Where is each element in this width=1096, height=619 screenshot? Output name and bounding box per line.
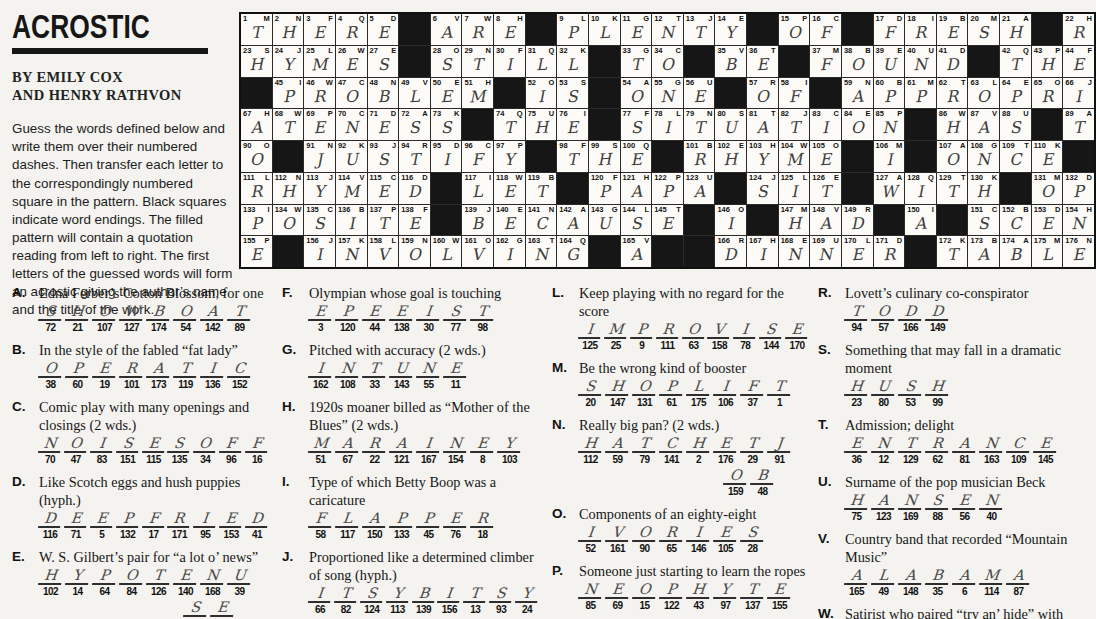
grid-cell-45[interactable]: 45IP [273,78,304,109]
grid-cell-87[interactable]: 87VA [968,109,999,140]
answer-slot-M-106[interactable]: I106 [714,378,737,409]
grid-cell-12[interactable]: 12TN [652,14,683,45]
grid-cell-136[interactable]: 136BI [336,205,367,236]
answer-slot-M-61[interactable]: P61 [660,378,683,409]
answer-slot-D-71[interactable]: E71 [65,510,87,541]
answer-slot-H-8[interactable]: E8 [471,435,494,466]
answer-slot-L-111[interactable]: R111 [657,321,679,352]
answer-slot-A-54[interactable]: O54 [174,303,197,334]
grid-cell-133[interactable]: 133IP [241,205,272,236]
grid-cell-144[interactable]: 144LS [621,205,652,236]
grid-cell-54[interactable]: 54AO [621,78,652,109]
grid-cell-173[interactable]: 173BA [968,236,999,267]
answer-slot-M-131[interactable]: O131 [633,378,656,409]
grid-cell-53[interactable]: 53SS [557,78,588,109]
grid-cell-89[interactable]: 89AT [1063,109,1094,140]
grid-cell-56[interactable]: 56UE [684,78,715,109]
grid-cell-85[interactable]: 85PN [874,109,905,140]
grid-cell-71[interactable]: 71DE [368,109,399,140]
grid-cell-9[interactable]: 9LP [557,14,588,45]
grid-cell-47[interactable]: 47CO [336,78,367,109]
grid-cell-72[interactable]: 72AS [399,109,430,140]
grid-cell-1[interactable]: 1MT [241,14,272,45]
answer-slot-O-28[interactable]: S28 [741,524,764,555]
answer-slot-F-44[interactable]: E44 [363,303,386,334]
answer-slot-U-75[interactable]: H75 [845,492,868,523]
grid-cell-20[interactable]: 20MS [968,14,999,45]
answer-slot-B-119[interactable]: T119 [174,360,197,391]
answer-slot-L-9[interactable]: P9 [631,321,653,352]
answer-slot-J-113[interactable]: Y113 [387,585,409,616]
answer-slot-H-167[interactable]: I167 [417,435,440,466]
grid-cell-148[interactable]: 148VA [810,205,841,236]
grid-cell-155[interactable]: 155PE [241,236,272,267]
answer-slot-N-79[interactable]: T79 [633,435,656,466]
answer-slot-P-43[interactable]: H43 [687,581,710,612]
answer-slot-M-147[interactable]: H147 [606,378,629,409]
grid-cell-76[interactable]: 76IE [557,109,588,140]
grid-cell-125[interactable]: 125LI [779,173,810,204]
answer-slot-C-70[interactable]: N70 [39,435,61,466]
answer-slot-G-143[interactable]: U143 [390,360,413,391]
grid-cell-4[interactable]: 4QR [336,14,367,45]
grid-cell-28[interactable]: 28OS [431,46,462,77]
answer-slot-P-155[interactable]: E155 [768,581,791,612]
answer-slot-C-151[interactable]: S151 [117,435,139,466]
answer-slot-D-116[interactable]: D116 [39,510,61,541]
answer-slot-T-129[interactable]: T129 [899,435,922,466]
answer-slot-R-57[interactable]: O57 [872,303,895,334]
grid-cell-27[interactable]: 27ES [368,46,399,77]
answer-slot-S-23[interactable]: H23 [845,378,868,409]
answer-slot-N-48[interactable]: B48 [751,467,774,498]
answer-slot-S-99[interactable]: H99 [926,378,949,409]
grid-cell-111[interactable]: 111LR [241,173,272,204]
answer-slot-P-137[interactable]: T137 [741,581,764,612]
grid-cell-2[interactable]: 2NH [273,14,304,45]
grid-cell-64[interactable]: 64EP [1000,78,1031,109]
answer-slot-V-49[interactable]: L49 [872,567,895,598]
answer-slot-O-161[interactable]: V161 [606,524,629,555]
answer-slot-F-30[interactable]: I30 [417,303,440,334]
grid-cell-91[interactable]: 91NJ [304,141,335,172]
grid-cell-147[interactable]: 147MH [779,205,810,236]
answer-slot-N-176[interactable]: E176 [714,435,737,466]
answer-slot-D-17[interactable]: F17 [143,510,165,541]
answer-slot-O-105[interactable]: E105 [714,524,737,555]
answer-slot-F-120[interactable]: P120 [336,303,359,334]
grid-cell-110[interactable]: 110KE [1032,141,1063,172]
answer-slot-I-18[interactable]: R18 [471,510,494,541]
answer-slot-D-5[interactable]: E5 [91,510,113,541]
grid-cell-74[interactable]: 74QT [494,109,525,140]
grid-cell-80[interactable]: 80SU [715,109,746,140]
answer-slot-L-170[interactable]: E170 [786,321,808,352]
answer-slot-E-14[interactable]: Y14 [66,567,89,598]
grid-cell-61[interactable]: 61MP [905,78,936,109]
answer-slot-G-11[interactable]: E11 [444,360,467,391]
grid-cell-132[interactable]: 132DP [1063,173,1094,204]
grid-cell-166[interactable]: 166RD [715,236,746,267]
grid-cell-94[interactable]: 94RT [399,141,430,172]
answer-slot-J-156[interactable]: I156 [438,585,460,616]
grid-cell-39[interactable]: 39EU [874,46,905,77]
answer-slot-H-22[interactable]: R22 [363,435,386,466]
grid-cell-95[interactable]: 95DI [431,141,462,172]
answer-slot-N-91[interactable]: J91 [768,435,791,466]
grid-cell-14[interactable]: 14EY [715,14,746,45]
answer-slot-T-109[interactable]: C109 [1007,435,1030,466]
answer-slot-J-139[interactable]: B139 [413,585,435,616]
answer-slot-C-34[interactable]: O34 [194,435,216,466]
answer-slot-B-152[interactable]: C152 [228,360,251,391]
grid-cell-59[interactable]: 59NA [842,78,873,109]
grid-cell-164[interactable]: 164QG [557,236,588,267]
grid-cell-131[interactable]: 131MO [1032,173,1063,204]
answer-slot-T-12[interactable]: N12 [872,435,895,466]
answer-slot-D-153[interactable]: E153 [220,510,242,541]
grid-cell-123[interactable]: 123UA [684,173,715,204]
answer-slot-N-159[interactable]: O159 [724,467,747,498]
answer-slot-T-145[interactable]: E145 [1034,435,1057,466]
grid-cell-79[interactable]: 79NT [684,109,715,140]
grid-cell-90[interactable]: 90OO [241,141,272,172]
grid-cell-130[interactable]: 130KH [968,173,999,204]
answer-slot-A-107[interactable]: O107 [93,303,116,334]
answer-slot-E-50[interactable]: E50 [211,599,234,619]
grid-cell-86[interactable]: 86WH [937,109,968,140]
grid-cell-41[interactable]: 41DD [937,46,968,77]
answer-slot-R-166[interactable]: D166 [899,303,922,334]
grid-cell-55[interactable]: 55GN [652,78,683,109]
grid-cell-69[interactable]: 69PE [304,109,335,140]
grid-cell-129[interactable]: 129TT [937,173,968,204]
answer-slot-B-101[interactable]: R101 [120,360,143,391]
answer-slot-J-82[interactable]: T82 [335,585,357,616]
answer-slot-H-103[interactable]: Y103 [498,435,521,466]
answer-slot-N-2[interactable]: H2 [687,435,710,466]
answer-slot-B-136[interactable]: I136 [201,360,224,391]
answer-slot-V-35[interactable]: B35 [926,567,949,598]
grid-cell-141[interactable]: 141NC [526,205,557,236]
answer-slot-N-112[interactable]: H112 [579,435,602,466]
answer-slot-D-41[interactable]: D41 [246,510,268,541]
grid-cell-145[interactable]: 145TE [652,205,683,236]
grid-cell-30[interactable]: 30FI [494,46,525,77]
grid-cell-159[interactable]: 159NO [399,236,430,267]
answer-slot-M-175[interactable]: L175 [687,378,710,409]
grid-cell-139[interactable]: 139JB [462,205,493,236]
grid-cell-83[interactable]: 83CI [810,109,841,140]
grid-cell-19[interactable]: 19BE [937,14,968,45]
grid-cell-17[interactable]: 17DF [874,14,905,45]
grid-cell-150[interactable]: 150IA [905,205,936,236]
grid-cell-124[interactable]: 124JS [747,173,778,204]
grid-cell-16[interactable]: 16CF [810,14,841,45]
grid-cell-127[interactable]: 127AW [874,173,905,204]
grid-cell-174[interactable]: 174AB [1000,236,1031,267]
grid-cell-143[interactable]: 143GU [589,205,620,236]
answer-slot-I-45[interactable]: P45 [417,510,440,541]
grid-cell-128[interactable]: 128QI [905,173,936,204]
grid-cell-158[interactable]: 158LV [368,236,399,267]
grid-cell-101[interactable]: 101BR [684,141,715,172]
grid-cell-154[interactable]: 154HN [1063,205,1094,236]
grid-cell-172[interactable]: 172KT [937,236,968,267]
answer-slot-P-122[interactable]: P122 [660,581,683,612]
answer-slot-L-78[interactable]: I78 [734,321,756,352]
answer-slot-U-123[interactable]: A123 [872,492,895,523]
answer-slot-E-140[interactable]: E140 [174,567,197,598]
answer-slot-R-94[interactable]: T94 [845,303,868,334]
grid-cell-15[interactable]: 15PO [779,14,810,45]
grid-cell-149[interactable]: 149RD [842,205,873,236]
answer-slot-A-127[interactable]: W127 [120,303,143,334]
grid-cell-152[interactable]: 152BC [1000,205,1031,236]
grid-cell-3[interactable]: 3FE [304,14,335,45]
answer-slot-H-67[interactable]: A67 [336,435,359,466]
grid-cell-137[interactable]: 137PT [368,205,399,236]
answer-slot-B-173[interactable]: A173 [147,360,170,391]
answer-slot-I-133[interactable]: P133 [390,510,413,541]
grid-cell-63[interactable]: 63LO [968,78,999,109]
answer-slot-M-37[interactable]: F37 [741,378,764,409]
grid-cell-42[interactable]: 42QT [1000,46,1031,77]
answer-slot-S-53[interactable]: S53 [899,378,922,409]
grid-cell-175[interactable]: 175ML [1032,236,1063,267]
answer-slot-V-87[interactable]: A87 [1007,567,1030,598]
grid-cell-40[interactable]: 40UN [905,46,936,77]
grid-cell-10[interactable]: 10KL [589,14,620,45]
answer-slot-J-66[interactable]: I66 [309,585,331,616]
grid-cell-96[interactable]: 96CF [462,141,493,172]
grid-cell-48[interactable]: 48NB [368,78,399,109]
grid-cell-161[interactable]: 161OV [462,236,493,267]
answer-slot-C-96[interactable]: F96 [220,435,242,466]
answer-slot-L-125[interactable]: I125 [579,321,601,352]
answer-slot-B-60[interactable]: P60 [66,360,89,391]
grid-cell-113[interactable]: 113JY [304,173,335,204]
grid-cell-176[interactable]: 176NE [1063,236,1094,267]
answer-slot-D-132[interactable]: P132 [117,510,139,541]
grid-cell-35[interactable]: 35VB [715,46,746,77]
grid-cell-5[interactable]: 5DE [368,14,399,45]
answer-slot-J-93[interactable]: S93 [490,585,512,616]
grid-cell-119[interactable]: 119BT [526,173,557,204]
grid-cell-38[interactable]: 38BO [842,46,873,77]
answer-slot-U-88[interactable]: S88 [926,492,949,523]
answer-slot-I-150[interactable]: A150 [363,510,386,541]
answer-slot-U-169[interactable]: N169 [899,492,922,523]
grid-cell-151[interactable]: 151CS [968,205,999,236]
grid-cell-26[interactable]: 26WE [336,46,367,77]
grid-cell-43[interactable]: 43PH [1032,46,1063,77]
grid-cell-52[interactable]: 52OI [526,78,557,109]
grid-cell-171[interactable]: 171DR [874,236,905,267]
grid-cell-36[interactable]: 36TE [747,46,778,77]
answer-slot-T-36[interactable]: E36 [845,435,868,466]
answer-slot-V-114[interactable]: M114 [980,567,1003,598]
answer-slot-N-141[interactable]: C141 [660,435,683,466]
answer-slot-P-15[interactable]: O15 [633,581,656,612]
grid-cell-6[interactable]: 6VA [431,14,462,45]
answer-slot-C-135[interactable]: S135 [168,435,190,466]
grid-cell-126[interactable]: 126ET [810,173,841,204]
grid-cell-57[interactable]: 57RO [747,78,778,109]
grid-cell-156[interactable]: 156JI [304,236,335,267]
grid-cell-24[interactable]: 24JY [273,46,304,77]
grid-cell-109[interactable]: 109TC [1000,141,1031,172]
answer-slot-U-40[interactable]: N40 [980,492,1003,523]
answer-slot-H-51[interactable]: M51 [309,435,332,466]
answer-slot-E-126[interactable]: T126 [147,567,170,598]
grid-cell-108[interactable]: 108GN [968,141,999,172]
grid-cell-78[interactable]: 78LI [652,109,683,140]
grid-cell-160[interactable]: 160WL [431,236,462,267]
grid-cell-116[interactable]: 116DD [399,173,430,204]
answer-slot-C-115[interactable]: E115 [143,435,165,466]
grid-cell-93[interactable]: 93JS [368,141,399,172]
grid-cell-50[interactable]: 50EE [431,78,462,109]
answer-slot-E-102[interactable]: H102 [39,567,62,598]
grid-cell-22[interactable]: 22HR [1063,14,1094,45]
answer-slot-E-168[interactable]: N168 [201,567,224,598]
grid-cell-107[interactable]: 107AO [937,141,968,172]
grid-cell-121[interactable]: 121HA [621,173,652,204]
answer-slot-L-158[interactable]: V158 [708,321,730,352]
answer-slot-N-29[interactable]: T29 [741,435,764,466]
grid-cell-23[interactable]: 23SH [241,46,272,77]
answer-slot-G-108[interactable]: N108 [336,360,359,391]
answer-slot-T-62[interactable]: R62 [926,435,949,466]
answer-slot-V-148[interactable]: A148 [899,567,922,598]
grid-cell-112[interactable]: 112NH [273,173,304,204]
grid-cell-138[interactable]: 138FE [399,205,430,236]
answer-slot-C-47[interactable]: O47 [65,435,87,466]
answer-slot-A-174[interactable]: B174 [147,303,170,334]
grid-cell-75[interactable]: 75UH [526,109,557,140]
grid-cell-97[interactable]: 97PY [494,141,525,172]
grid-cell-67[interactable]: 67HA [241,109,272,140]
grid-cell-25[interactable]: 25LM [304,46,335,77]
grid-cell-103[interactable]: 103HY [747,141,778,172]
grid-cell-88[interactable]: 88US [1000,109,1031,140]
answer-slot-F-3[interactable]: E3 [309,303,332,334]
answer-slot-T-163[interactable]: N163 [980,435,1003,466]
grid-cell-51[interactable]: 51HM [462,78,493,109]
grid-cell-31[interactable]: 31QL [526,46,557,77]
grid-cell-140[interactable]: 140EE [494,205,525,236]
grid-cell-153[interactable]: 153DE [1032,205,1063,236]
answer-slot-A-89[interactable]: T89 [228,303,251,334]
answer-slot-S-80[interactable]: U80 [872,378,895,409]
grid-cell-122[interactable]: 122PP [652,173,683,204]
grid-cell-49[interactable]: 49VL [399,78,430,109]
answer-slot-O-52[interactable]: I52 [579,524,602,555]
grid-cell-60[interactable]: 60BP [874,78,905,109]
grid-cell-21[interactable]: 21AH [1000,14,1031,45]
grid-cell-157[interactable]: 157KN [336,236,367,267]
answer-slot-P-69[interactable]: E69 [606,581,629,612]
grid-cell-77[interactable]: 77FS [621,109,652,140]
grid-cell-18[interactable]: 18IR [905,14,936,45]
answer-slot-C-16[interactable]: F16 [246,435,268,466]
grid-cell-142[interactable]: 142AA [557,205,588,236]
answer-slot-I-76[interactable]: E76 [444,510,467,541]
grid-cell-120[interactable]: 120FP [589,173,620,204]
answer-slot-A-142[interactable]: A142 [201,303,224,334]
grid-cell-99[interactable]: 99SH [589,141,620,172]
grid-cell-165[interactable]: 165VA [621,236,652,267]
answer-slot-P-97[interactable]: Y97 [714,581,737,612]
grid-cell-32[interactable]: 32KL [557,46,588,77]
grid-cell-13[interactable]: 13JT [684,14,715,45]
grid-cell-7[interactable]: 7WR [462,14,493,45]
grid-cell-81[interactable]: 81TA [747,109,778,140]
grid-cell-66[interactable]: 66JI [1063,78,1094,109]
answer-slot-B-38[interactable]: O38 [39,360,62,391]
answer-slot-E-27[interactable]: S27 [184,599,207,619]
grid-cell-135[interactable]: 135CS [304,205,335,236]
answer-slot-A-21[interactable]: H21 [66,303,89,334]
answer-slot-C-83[interactable]: I83 [91,435,113,466]
grid-cell-98[interactable]: 98FT [557,141,588,172]
grid-cell-46[interactable]: 46WR [304,78,335,109]
answer-slot-L-25[interactable]: M25 [605,321,627,352]
grid-cell-167[interactable]: 167HI [747,236,778,267]
grid-cell-163[interactable]: 163TN [526,236,557,267]
answer-slot-A-72[interactable]: S72 [39,303,62,334]
answer-slot-L-63[interactable]: O63 [683,321,705,352]
answer-slot-F-98[interactable]: T98 [471,303,494,334]
answer-slot-B-19[interactable]: E19 [93,360,116,391]
grid-cell-92[interactable]: 92KU [336,141,367,172]
grid-cell-134[interactable]: 134WO [273,205,304,236]
answer-slot-T-81[interactable]: A81 [953,435,976,466]
grid-cell-37[interactable]: 37MF [810,46,841,77]
answer-slot-I-117[interactable]: L117 [336,510,359,541]
answer-slot-H-154[interactable]: N154 [444,435,467,466]
grid-cell-84[interactable]: 84EO [842,109,873,140]
grid-cell-68[interactable]: 68WT [273,109,304,140]
answer-slot-J-13[interactable]: T13 [464,585,486,616]
grid-cell-115[interactable]: 115CE [368,173,399,204]
grid-cell-8[interactable]: 8HE [494,14,525,45]
answer-slot-J-124[interactable]: S124 [361,585,383,616]
answer-slot-V-165[interactable]: A165 [845,567,868,598]
answer-slot-M-1[interactable]: T1 [768,378,791,409]
answer-slot-G-55[interactable]: N55 [417,360,440,391]
answer-slot-O-146[interactable]: I146 [687,524,710,555]
grid-cell-34[interactable]: 34CO [652,46,683,77]
answer-slot-V-6[interactable]: A6 [953,567,976,598]
grid-cell-105[interactable]: 105OE [810,141,841,172]
grid-cell-29[interactable]: 29NT [462,46,493,77]
answer-slot-G-33[interactable]: T33 [363,360,386,391]
answer-slot-D-171[interactable]: R171 [168,510,190,541]
answer-slot-D-95[interactable]: I95 [194,510,216,541]
grid-cell-33[interactable]: 33GT [621,46,652,77]
grid-cell-102[interactable]: 102EH [715,141,746,172]
answer-slot-O-90[interactable]: O90 [633,524,656,555]
grid-cell-117[interactable]: 117IL [462,173,493,204]
grid-cell-170[interactable]: 170LE [842,236,873,267]
answer-slot-J-24[interactable]: Y24 [516,585,538,616]
answer-slot-F-138[interactable]: E138 [390,303,413,334]
answer-slot-E-64[interactable]: P64 [93,567,116,598]
answer-slot-P-85[interactable]: N85 [579,581,602,612]
grid-cell-58[interactable]: 58IF [779,78,810,109]
